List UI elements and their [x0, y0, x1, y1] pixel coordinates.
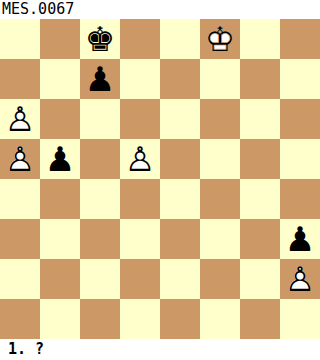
- square-f6[interactable]: [200, 99, 240, 139]
- square-d2[interactable]: [120, 259, 160, 299]
- square-b1[interactable]: [40, 299, 80, 339]
- square-g5[interactable]: [240, 139, 280, 179]
- square-h1[interactable]: [280, 299, 320, 339]
- square-a6[interactable]: ♟♙: [0, 99, 40, 139]
- square-a3[interactable]: [0, 219, 40, 259]
- white-pawn: ♟♙: [0, 99, 40, 139]
- square-c7[interactable]: ♟: [80, 59, 120, 99]
- square-a7[interactable]: [0, 59, 40, 99]
- square-e4[interactable]: [160, 179, 200, 219]
- square-g3[interactable]: [240, 219, 280, 259]
- white-pawn: ♟♙: [0, 139, 40, 179]
- square-h5[interactable]: [280, 139, 320, 179]
- square-a8[interactable]: [0, 19, 40, 59]
- square-h7[interactable]: [280, 59, 320, 99]
- square-b7[interactable]: [40, 59, 80, 99]
- square-g2[interactable]: [240, 259, 280, 299]
- square-b8[interactable]: [40, 19, 80, 59]
- square-b6[interactable]: [40, 99, 80, 139]
- square-f4[interactable]: [200, 179, 240, 219]
- square-h6[interactable]: [280, 99, 320, 139]
- square-c8[interactable]: ♚: [80, 19, 120, 59]
- square-c5[interactable]: [80, 139, 120, 179]
- square-f7[interactable]: [200, 59, 240, 99]
- square-b3[interactable]: [40, 219, 80, 259]
- square-g7[interactable]: [240, 59, 280, 99]
- square-a4[interactable]: [0, 179, 40, 219]
- square-c1[interactable]: [80, 299, 120, 339]
- square-e6[interactable]: [160, 99, 200, 139]
- square-d1[interactable]: [120, 299, 160, 339]
- square-h4[interactable]: [280, 179, 320, 219]
- diagram-title: MES.0067: [0, 0, 320, 19]
- square-e7[interactable]: [160, 59, 200, 99]
- square-c4[interactable]: [80, 179, 120, 219]
- chess-board: ♚♚♔♟♟♙♟♙♟♟♙♟♟♙: [0, 19, 320, 339]
- square-e8[interactable]: [160, 19, 200, 59]
- square-e3[interactable]: [160, 219, 200, 259]
- white-king: ♚♔: [200, 19, 240, 59]
- square-g4[interactable]: [240, 179, 280, 219]
- square-c3[interactable]: [80, 219, 120, 259]
- square-c2[interactable]: [80, 259, 120, 299]
- square-h2[interactable]: ♟♙: [280, 259, 320, 299]
- square-c6[interactable]: [80, 99, 120, 139]
- square-f5[interactable]: [200, 139, 240, 179]
- square-e1[interactable]: [160, 299, 200, 339]
- white-pawn: ♟♙: [280, 259, 320, 299]
- square-f2[interactable]: [200, 259, 240, 299]
- square-g8[interactable]: [240, 19, 280, 59]
- square-g6[interactable]: [240, 99, 280, 139]
- square-d3[interactable]: [120, 219, 160, 259]
- square-d6[interactable]: [120, 99, 160, 139]
- black-pawn: ♟: [280, 219, 320, 259]
- square-a2[interactable]: [0, 259, 40, 299]
- square-d5[interactable]: ♟♙: [120, 139, 160, 179]
- black-pawn: ♟: [80, 59, 120, 99]
- square-d8[interactable]: [120, 19, 160, 59]
- square-f8[interactable]: ♚♔: [200, 19, 240, 59]
- square-a1[interactable]: [0, 299, 40, 339]
- square-f1[interactable]: [200, 299, 240, 339]
- move-prompt: 1. ?: [0, 339, 320, 360]
- square-d7[interactable]: [120, 59, 160, 99]
- square-b5[interactable]: ♟: [40, 139, 80, 179]
- square-e5[interactable]: [160, 139, 200, 179]
- white-pawn: ♟♙: [120, 139, 160, 179]
- square-a5[interactable]: ♟♙: [0, 139, 40, 179]
- black-king: ♚: [80, 19, 120, 59]
- square-f3[interactable]: [200, 219, 240, 259]
- square-e2[interactable]: [160, 259, 200, 299]
- square-b2[interactable]: [40, 259, 80, 299]
- square-h8[interactable]: [280, 19, 320, 59]
- square-b4[interactable]: [40, 179, 80, 219]
- square-h3[interactable]: ♟: [280, 219, 320, 259]
- square-d4[interactable]: [120, 179, 160, 219]
- black-pawn: ♟: [40, 139, 80, 179]
- square-g1[interactable]: [240, 299, 280, 339]
